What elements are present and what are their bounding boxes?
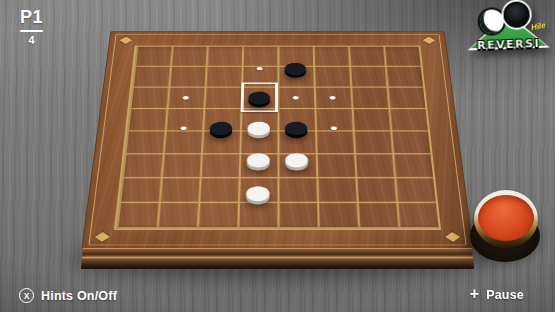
cell-b5[interactable]: [161, 143, 202, 176]
cell-a6[interactable]: [118, 176, 161, 210]
cell-a1[interactable]: [136, 47, 172, 54]
cell-f2[interactable]: [313, 54, 350, 82]
cell-g4[interactable]: [352, 112, 392, 143]
board-grid: ●●●●●●●●●●●●●●: [114, 46, 441, 230]
cell-b4[interactable]: ●: [164, 112, 204, 143]
cell-h8[interactable]: [398, 219, 439, 228]
reversi-game-screen: ●●●●●●●●●●●●●● P1 4 Hile REVERSI X Hints…: [0, 0, 555, 312]
board-frame: ●●●●●●●●●●●●●●: [81, 31, 473, 250]
cell-g2[interactable]: [348, 54, 386, 82]
white-disc: ●: [241, 174, 274, 208]
cell-h2[interactable]: [384, 54, 423, 82]
cell-g1[interactable]: [348, 47, 384, 54]
black-disc: ●: [280, 53, 310, 81]
cell-c6[interactable]: [198, 176, 239, 210]
x-button-icon: X: [19, 288, 34, 303]
hint-dot[interactable]: ●: [329, 123, 338, 131]
cell-f3[interactable]: ●: [314, 82, 352, 112]
cell-g8[interactable]: [358, 219, 399, 228]
cell-c4[interactable]: ●: [202, 112, 241, 143]
player-score: 4: [20, 34, 43, 46]
hint-dot[interactable]: ●: [181, 93, 190, 101]
hint-dot[interactable]: ●: [292, 93, 300, 101]
cell-h7[interactable]: [397, 210, 438, 219]
cell-h5[interactable]: [391, 143, 433, 176]
cell-b2[interactable]: [169, 54, 207, 82]
cell-d5[interactable]: ●: [239, 143, 278, 176]
cell-a8[interactable]: [116, 219, 157, 228]
white-disc: ●: [281, 142, 313, 175]
cell-c8[interactable]: [197, 219, 238, 228]
cell-c5[interactable]: [200, 143, 240, 176]
cell-a4[interactable]: [126, 112, 167, 143]
board-front-edge: [81, 248, 474, 269]
hint-dot[interactable]: ●: [179, 123, 188, 131]
player-score-panel: P1 4: [20, 7, 43, 46]
cell-h1[interactable]: [383, 47, 419, 54]
cell-h4[interactable]: [389, 112, 430, 143]
cell-b8[interactable]: [157, 219, 198, 228]
black-disc: ●: [243, 81, 274, 111]
hints-toggle-label: Hints On/Off: [41, 289, 117, 303]
cell-d3-last-move-highlight[interactable]: ●: [240, 82, 277, 112]
reversi-board: ●●●●●●●●●●●●●●: [81, 31, 473, 250]
cell-e3[interactable]: ●: [278, 82, 315, 112]
cell-b6[interactable]: [158, 176, 200, 210]
cell-g5[interactable]: [353, 143, 394, 176]
cell-a2[interactable]: [132, 54, 171, 82]
cell-b3[interactable]: ●: [166, 82, 205, 112]
white-disc: ●: [242, 142, 274, 175]
cell-b7[interactable]: [157, 210, 198, 219]
cell-d4[interactable]: ●: [240, 112, 278, 143]
logo-brand-script: Hile: [531, 21, 547, 32]
cell-d1[interactable]: [242, 47, 277, 54]
cell-e8[interactable]: [278, 219, 318, 228]
cell-a7[interactable]: [117, 210, 158, 219]
cell-d7[interactable]: [237, 210, 277, 219]
logo-title: REVERSI: [463, 36, 553, 52]
cell-b1[interactable]: [171, 47, 207, 54]
cell-e6[interactable]: [278, 176, 318, 210]
cell-c3[interactable]: [203, 82, 241, 112]
white-disc: ●: [243, 111, 275, 142]
cell-f8[interactable]: [318, 219, 359, 228]
cell-c7[interactable]: [197, 210, 237, 219]
cell-f4[interactable]: ●: [315, 112, 354, 143]
cell-a5[interactable]: [122, 143, 164, 176]
disc-bowl: [466, 188, 544, 270]
score-divider: [20, 30, 43, 32]
cell-e4[interactable]: ●: [278, 112, 316, 143]
cell-h3[interactable]: [386, 82, 426, 112]
cell-g7[interactable]: [357, 210, 398, 219]
black-disc: ●: [205, 111, 238, 142]
hint-dot[interactable]: ●: [328, 93, 337, 101]
hint-dot[interactable]: ●: [255, 64, 263, 72]
reversi-logo: Hile REVERSI: [462, 0, 554, 53]
cell-d8[interactable]: [237, 219, 277, 228]
hints-toggle-button[interactable]: X Hints On/Off: [19, 288, 117, 303]
player-label: P1: [20, 7, 43, 28]
pause-label: Pause: [486, 288, 524, 302]
cell-f5[interactable]: [315, 143, 355, 176]
bowl-red-interior: [478, 195, 534, 241]
cell-e5[interactable]: ●: [278, 143, 317, 176]
cell-h6[interactable]: [394, 176, 437, 210]
cell-g6[interactable]: [355, 176, 397, 210]
cell-e7[interactable]: [278, 210, 318, 219]
cell-a3[interactable]: [129, 82, 169, 112]
logo-black-disc-icon: [503, 1, 530, 28]
cell-g3[interactable]: [350, 82, 389, 112]
cell-e2[interactable]: ●: [278, 54, 314, 82]
cell-c1[interactable]: [207, 47, 243, 54]
cell-f1[interactable]: [313, 47, 349, 54]
cell-d6[interactable]: ●: [238, 176, 278, 210]
plus-button-icon: +: [470, 286, 479, 302]
pause-button[interactable]: + Pause: [470, 287, 524, 303]
black-disc: ●: [281, 111, 313, 142]
cell-f6[interactable]: [316, 176, 357, 210]
cell-c2[interactable]: [205, 54, 242, 82]
cell-f7[interactable]: [317, 210, 357, 219]
cell-d2[interactable]: ●: [241, 54, 277, 82]
